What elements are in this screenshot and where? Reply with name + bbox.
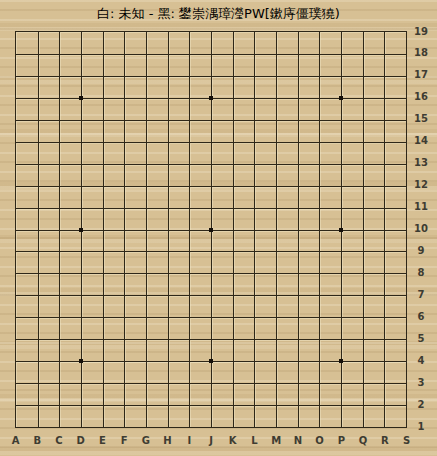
board-cell[interactable] bbox=[211, 164, 233, 186]
board-cell[interactable] bbox=[363, 164, 385, 186]
board-cell[interactable] bbox=[298, 120, 320, 142]
board-cell[interactable] bbox=[384, 383, 406, 405]
board-cell[interactable] bbox=[59, 32, 81, 54]
board-cell[interactable] bbox=[384, 164, 406, 186]
board-cell[interactable] bbox=[233, 120, 255, 142]
board-cell[interactable] bbox=[124, 361, 146, 383]
board-cell[interactable] bbox=[341, 142, 363, 164]
board-cell[interactable] bbox=[233, 164, 255, 186]
board-cell[interactable] bbox=[384, 317, 406, 339]
board-cell[interactable] bbox=[254, 208, 276, 230]
board-cell[interactable] bbox=[276, 339, 298, 361]
go-board[interactable] bbox=[15, 31, 407, 428]
board-cell[interactable] bbox=[38, 383, 60, 405]
board-cell[interactable] bbox=[103, 295, 125, 317]
board-cell[interactable] bbox=[59, 164, 81, 186]
board-cell[interactable] bbox=[211, 361, 233, 383]
board-cell[interactable] bbox=[298, 361, 320, 383]
board-cell[interactable] bbox=[233, 383, 255, 405]
board-cell[interactable] bbox=[59, 142, 81, 164]
board-cell[interactable] bbox=[298, 54, 320, 76]
board-cell[interactable] bbox=[211, 32, 233, 54]
board-cell[interactable] bbox=[254, 142, 276, 164]
board-cell[interactable] bbox=[384, 98, 406, 120]
board-cell[interactable] bbox=[363, 32, 385, 54]
board-cell[interactable] bbox=[38, 164, 60, 186]
board-cell[interactable] bbox=[124, 186, 146, 208]
board-cell[interactable] bbox=[38, 186, 60, 208]
board-cell[interactable] bbox=[103, 230, 125, 252]
board-cell[interactable] bbox=[384, 361, 406, 383]
board-cell[interactable] bbox=[384, 54, 406, 76]
board-cell[interactable] bbox=[146, 339, 168, 361]
board-cell[interactable] bbox=[319, 361, 341, 383]
board-cell[interactable] bbox=[254, 54, 276, 76]
board-cell[interactable] bbox=[81, 230, 103, 252]
board-cell[interactable] bbox=[363, 98, 385, 120]
board-cell[interactable] bbox=[363, 76, 385, 98]
board-cell[interactable] bbox=[341, 339, 363, 361]
board-cell[interactable] bbox=[298, 142, 320, 164]
board-cell[interactable] bbox=[38, 339, 60, 361]
board-cell[interactable] bbox=[298, 251, 320, 273]
board-cell[interactable] bbox=[363, 54, 385, 76]
board-cell[interactable] bbox=[146, 317, 168, 339]
board-cell[interactable] bbox=[384, 186, 406, 208]
board-cell[interactable] bbox=[81, 405, 103, 427]
board-cell[interactable] bbox=[254, 273, 276, 295]
board-cell[interactable] bbox=[211, 76, 233, 98]
board-cell[interactable] bbox=[59, 98, 81, 120]
board-cell[interactable] bbox=[233, 273, 255, 295]
board-cell[interactable] bbox=[168, 383, 190, 405]
board-cell[interactable] bbox=[298, 273, 320, 295]
board-cell[interactable] bbox=[384, 339, 406, 361]
board-cell[interactable] bbox=[319, 317, 341, 339]
board-cell[interactable] bbox=[103, 317, 125, 339]
board-cell[interactable] bbox=[276, 273, 298, 295]
board-cell[interactable] bbox=[211, 317, 233, 339]
board-cell[interactable] bbox=[254, 295, 276, 317]
board-cell[interactable] bbox=[16, 251, 38, 273]
board-cell[interactable] bbox=[319, 230, 341, 252]
board-cell[interactable] bbox=[298, 164, 320, 186]
board-cell[interactable] bbox=[81, 339, 103, 361]
board-cell[interactable] bbox=[38, 54, 60, 76]
board-cell[interactable] bbox=[81, 361, 103, 383]
board-cell[interactable] bbox=[341, 230, 363, 252]
board-cell[interactable] bbox=[341, 32, 363, 54]
board-cell[interactable] bbox=[38, 405, 60, 427]
board-cell[interactable] bbox=[59, 251, 81, 273]
board-cell[interactable] bbox=[168, 230, 190, 252]
board-cell[interactable] bbox=[363, 120, 385, 142]
board-cell[interactable] bbox=[384, 76, 406, 98]
board-cell[interactable] bbox=[189, 32, 211, 54]
board-cell[interactable] bbox=[16, 76, 38, 98]
board-cell[interactable] bbox=[341, 361, 363, 383]
board-cell[interactable] bbox=[211, 230, 233, 252]
board-cell[interactable] bbox=[81, 295, 103, 317]
board-cell[interactable] bbox=[276, 142, 298, 164]
board-cell[interactable] bbox=[319, 164, 341, 186]
board-cell[interactable] bbox=[124, 76, 146, 98]
board-cell[interactable] bbox=[319, 383, 341, 405]
board-cell[interactable] bbox=[168, 32, 190, 54]
board-cell[interactable] bbox=[168, 361, 190, 383]
board-cell[interactable] bbox=[254, 164, 276, 186]
board-cell[interactable] bbox=[81, 32, 103, 54]
board-cell[interactable] bbox=[168, 295, 190, 317]
board-cell[interactable] bbox=[189, 405, 211, 427]
board-cell[interactable] bbox=[124, 54, 146, 76]
board-cell[interactable] bbox=[103, 142, 125, 164]
board-cell[interactable] bbox=[16, 186, 38, 208]
board-cell[interactable] bbox=[276, 317, 298, 339]
board-cell[interactable] bbox=[103, 32, 125, 54]
board-cell[interactable] bbox=[16, 230, 38, 252]
board-cell[interactable] bbox=[103, 383, 125, 405]
board-cell[interactable] bbox=[103, 273, 125, 295]
board-cell[interactable] bbox=[38, 295, 60, 317]
board-cell[interactable] bbox=[211, 98, 233, 120]
board-cell[interactable] bbox=[124, 142, 146, 164]
board-cell[interactable] bbox=[16, 405, 38, 427]
board-cell[interactable] bbox=[16, 383, 38, 405]
board-cell[interactable] bbox=[254, 405, 276, 427]
board-cell[interactable] bbox=[189, 273, 211, 295]
board-cell[interactable] bbox=[319, 251, 341, 273]
board-cell[interactable] bbox=[38, 251, 60, 273]
board-cell[interactable] bbox=[38, 32, 60, 54]
board-cell[interactable] bbox=[59, 76, 81, 98]
board-cell[interactable] bbox=[319, 273, 341, 295]
board-cell[interactable] bbox=[298, 32, 320, 54]
board-cell[interactable] bbox=[38, 208, 60, 230]
board-cell[interactable] bbox=[103, 251, 125, 273]
board-cell[interactable] bbox=[363, 208, 385, 230]
board-cell[interactable] bbox=[363, 405, 385, 427]
board-cell[interactable] bbox=[124, 295, 146, 317]
board-cell[interactable] bbox=[211, 339, 233, 361]
board-cell[interactable] bbox=[211, 251, 233, 273]
board-cell[interactable] bbox=[81, 98, 103, 120]
board-cell[interactable] bbox=[81, 208, 103, 230]
board-cell[interactable] bbox=[233, 295, 255, 317]
board-cell[interactable] bbox=[254, 383, 276, 405]
board-cell[interactable] bbox=[254, 76, 276, 98]
board-cell[interactable] bbox=[319, 142, 341, 164]
board-cell[interactable] bbox=[16, 339, 38, 361]
board-cell[interactable] bbox=[233, 32, 255, 54]
board-cell[interactable] bbox=[233, 54, 255, 76]
board-cell[interactable] bbox=[124, 230, 146, 252]
board-cell[interactable] bbox=[16, 32, 38, 54]
board-cell[interactable] bbox=[16, 54, 38, 76]
board-cell[interactable] bbox=[59, 317, 81, 339]
board-cell[interactable] bbox=[146, 186, 168, 208]
board-cell[interactable] bbox=[59, 230, 81, 252]
board-cell[interactable] bbox=[16, 361, 38, 383]
board-cell[interactable] bbox=[103, 98, 125, 120]
board-cell[interactable] bbox=[16, 120, 38, 142]
board-cell[interactable] bbox=[38, 361, 60, 383]
board-cell[interactable] bbox=[189, 295, 211, 317]
board-cell[interactable] bbox=[254, 186, 276, 208]
board-cell[interactable] bbox=[276, 383, 298, 405]
board-cell[interactable] bbox=[124, 383, 146, 405]
board-cell[interactable] bbox=[298, 76, 320, 98]
board-cell[interactable] bbox=[254, 32, 276, 54]
board-cell[interactable] bbox=[276, 230, 298, 252]
board-cell[interactable] bbox=[168, 317, 190, 339]
board-cell[interactable] bbox=[16, 164, 38, 186]
board-cell[interactable] bbox=[124, 317, 146, 339]
board-cell[interactable] bbox=[59, 383, 81, 405]
board-cell[interactable] bbox=[146, 142, 168, 164]
board-cell[interactable] bbox=[103, 76, 125, 98]
board-cell[interactable] bbox=[103, 361, 125, 383]
board-cell[interactable] bbox=[189, 142, 211, 164]
board-cell[interactable] bbox=[81, 54, 103, 76]
board-cell[interactable] bbox=[298, 295, 320, 317]
board-cell[interactable] bbox=[38, 273, 60, 295]
board-cell[interactable] bbox=[319, 98, 341, 120]
board-cell[interactable] bbox=[298, 405, 320, 427]
board-cell[interactable] bbox=[298, 98, 320, 120]
board-cell[interactable] bbox=[341, 120, 363, 142]
board-cell[interactable] bbox=[189, 339, 211, 361]
board-cell[interactable] bbox=[59, 295, 81, 317]
board-cell[interactable] bbox=[363, 295, 385, 317]
board-cell[interactable] bbox=[103, 208, 125, 230]
board-cell[interactable] bbox=[319, 54, 341, 76]
board-cell[interactable] bbox=[384, 230, 406, 252]
board-cell[interactable] bbox=[276, 54, 298, 76]
board-cell[interactable] bbox=[384, 120, 406, 142]
board-cell[interactable] bbox=[276, 120, 298, 142]
board-cell[interactable] bbox=[254, 361, 276, 383]
board-cell[interactable] bbox=[211, 383, 233, 405]
board-cell[interactable] bbox=[81, 383, 103, 405]
board-cell[interactable] bbox=[189, 98, 211, 120]
board-cell[interactable] bbox=[103, 405, 125, 427]
board-cell[interactable] bbox=[384, 32, 406, 54]
board-cell[interactable] bbox=[276, 251, 298, 273]
board-cell[interactable] bbox=[233, 405, 255, 427]
board-cell[interactable] bbox=[38, 230, 60, 252]
board-cell[interactable] bbox=[341, 98, 363, 120]
board-cell[interactable] bbox=[168, 186, 190, 208]
board-cell[interactable] bbox=[38, 317, 60, 339]
board-cell[interactable] bbox=[233, 339, 255, 361]
board-cell[interactable] bbox=[254, 339, 276, 361]
board-cell[interactable] bbox=[384, 251, 406, 273]
board-cell[interactable] bbox=[363, 383, 385, 405]
board-cell[interactable] bbox=[254, 317, 276, 339]
board-cell[interactable] bbox=[363, 273, 385, 295]
board-cell[interactable] bbox=[38, 142, 60, 164]
board-cell[interactable] bbox=[363, 251, 385, 273]
board-cell[interactable] bbox=[276, 164, 298, 186]
board-cell[interactable] bbox=[341, 317, 363, 339]
board-cell[interactable] bbox=[341, 164, 363, 186]
board-cell[interactable] bbox=[276, 32, 298, 54]
board-cell[interactable] bbox=[168, 405, 190, 427]
board-cell[interactable] bbox=[146, 98, 168, 120]
board-cell[interactable] bbox=[211, 405, 233, 427]
board-cell[interactable] bbox=[124, 273, 146, 295]
board-cell[interactable] bbox=[319, 186, 341, 208]
board-cell[interactable] bbox=[189, 120, 211, 142]
board-cell[interactable] bbox=[363, 317, 385, 339]
board-cell[interactable] bbox=[276, 98, 298, 120]
board-cell[interactable] bbox=[103, 120, 125, 142]
board-cell[interactable] bbox=[124, 120, 146, 142]
board-cell[interactable] bbox=[341, 186, 363, 208]
board-cell[interactable] bbox=[168, 339, 190, 361]
board-cell[interactable] bbox=[59, 54, 81, 76]
board-cell[interactable] bbox=[233, 361, 255, 383]
board-cell[interactable] bbox=[254, 120, 276, 142]
board-cell[interactable] bbox=[341, 251, 363, 273]
board-cell[interactable] bbox=[124, 405, 146, 427]
board-cell[interactable] bbox=[168, 98, 190, 120]
board-cell[interactable] bbox=[384, 405, 406, 427]
board-cell[interactable] bbox=[233, 251, 255, 273]
board-cell[interactable] bbox=[276, 208, 298, 230]
board-cell[interactable] bbox=[341, 405, 363, 427]
board-cell[interactable] bbox=[168, 164, 190, 186]
board-cell[interactable] bbox=[254, 98, 276, 120]
board-cell[interactable] bbox=[276, 295, 298, 317]
board-cell[interactable] bbox=[233, 98, 255, 120]
board-cell[interactable] bbox=[59, 208, 81, 230]
board-cell[interactable] bbox=[276, 76, 298, 98]
board-cell[interactable] bbox=[189, 230, 211, 252]
board-cell[interactable] bbox=[319, 32, 341, 54]
board-cell[interactable] bbox=[59, 405, 81, 427]
board-cell[interactable] bbox=[146, 295, 168, 317]
board-cell[interactable] bbox=[16, 98, 38, 120]
board-cell[interactable] bbox=[319, 120, 341, 142]
board-cell[interactable] bbox=[103, 186, 125, 208]
board-cell[interactable] bbox=[59, 361, 81, 383]
board-cell[interactable] bbox=[189, 361, 211, 383]
board-cell[interactable] bbox=[146, 230, 168, 252]
board-cell[interactable] bbox=[189, 208, 211, 230]
board-cell[interactable] bbox=[233, 208, 255, 230]
board-cell[interactable] bbox=[59, 120, 81, 142]
board-cell[interactable] bbox=[276, 405, 298, 427]
board-cell[interactable] bbox=[189, 317, 211, 339]
board-cell[interactable] bbox=[124, 32, 146, 54]
board-cell[interactable] bbox=[146, 120, 168, 142]
board-cell[interactable] bbox=[319, 208, 341, 230]
board-cell[interactable] bbox=[298, 339, 320, 361]
board-cell[interactable] bbox=[124, 98, 146, 120]
board-cell[interactable] bbox=[146, 405, 168, 427]
board-cell[interactable] bbox=[276, 361, 298, 383]
board-cell[interactable] bbox=[168, 208, 190, 230]
board-cell[interactable] bbox=[189, 251, 211, 273]
board-cell[interactable] bbox=[59, 186, 81, 208]
board-cell[interactable] bbox=[341, 54, 363, 76]
board-cell[interactable] bbox=[168, 251, 190, 273]
board-cell[interactable] bbox=[211, 142, 233, 164]
board-cell[interactable] bbox=[341, 295, 363, 317]
board-cell[interactable] bbox=[16, 208, 38, 230]
board-cell[interactable] bbox=[211, 54, 233, 76]
board-cell[interactable] bbox=[319, 405, 341, 427]
board-cell[interactable] bbox=[298, 317, 320, 339]
board-cell[interactable] bbox=[81, 317, 103, 339]
board-cell[interactable] bbox=[81, 186, 103, 208]
board-cell[interactable] bbox=[124, 339, 146, 361]
board-cell[interactable] bbox=[233, 142, 255, 164]
board-cell[interactable] bbox=[168, 54, 190, 76]
board-cell[interactable] bbox=[276, 186, 298, 208]
board-cell[interactable] bbox=[38, 120, 60, 142]
board-cell[interactable] bbox=[146, 164, 168, 186]
board-cell[interactable] bbox=[233, 230, 255, 252]
board-cell[interactable] bbox=[341, 76, 363, 98]
board-cell[interactable] bbox=[363, 230, 385, 252]
board-cell[interactable] bbox=[298, 230, 320, 252]
board-cell[interactable] bbox=[124, 251, 146, 273]
board-cell[interactable] bbox=[146, 32, 168, 54]
board-cell[interactable] bbox=[124, 164, 146, 186]
board-cell[interactable] bbox=[211, 186, 233, 208]
board-cell[interactable] bbox=[81, 76, 103, 98]
board-cell[interactable] bbox=[211, 208, 233, 230]
board-cell[interactable] bbox=[211, 295, 233, 317]
board-cell[interactable] bbox=[38, 76, 60, 98]
board-cell[interactable] bbox=[298, 208, 320, 230]
board-cell[interactable] bbox=[254, 251, 276, 273]
board-cell[interactable] bbox=[363, 361, 385, 383]
board-cell[interactable] bbox=[319, 295, 341, 317]
board-cell[interactable] bbox=[211, 120, 233, 142]
board-cell[interactable] bbox=[81, 164, 103, 186]
board-cell[interactable] bbox=[16, 273, 38, 295]
board-cell[interactable] bbox=[81, 251, 103, 273]
board-cell[interactable] bbox=[146, 76, 168, 98]
board-cell[interactable] bbox=[254, 230, 276, 252]
board-cell[interactable] bbox=[103, 164, 125, 186]
board-cell[interactable] bbox=[384, 273, 406, 295]
board-cell[interactable] bbox=[59, 339, 81, 361]
board-cell[interactable] bbox=[38, 98, 60, 120]
board-cell[interactable] bbox=[168, 76, 190, 98]
board-cell[interactable] bbox=[341, 383, 363, 405]
board-cell[interactable] bbox=[298, 186, 320, 208]
board-cell[interactable] bbox=[189, 164, 211, 186]
board-cell[interactable] bbox=[16, 317, 38, 339]
board-cell[interactable] bbox=[233, 317, 255, 339]
board-cell[interactable] bbox=[146, 383, 168, 405]
board-cell[interactable] bbox=[189, 186, 211, 208]
board-cell[interactable] bbox=[341, 208, 363, 230]
board-cell[interactable] bbox=[363, 142, 385, 164]
board-cell[interactable] bbox=[146, 54, 168, 76]
board-cell[interactable] bbox=[16, 142, 38, 164]
board-cell[interactable] bbox=[168, 142, 190, 164]
board-cell[interactable] bbox=[319, 339, 341, 361]
board-cell[interactable] bbox=[384, 295, 406, 317]
board-cell[interactable] bbox=[81, 120, 103, 142]
board-cell[interactable] bbox=[59, 273, 81, 295]
